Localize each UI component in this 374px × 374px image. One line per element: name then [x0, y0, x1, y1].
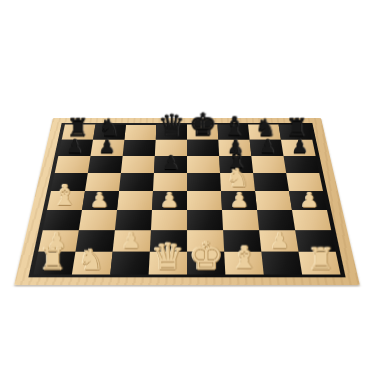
square-c5[interactable] [119, 173, 154, 191]
square-d1[interactable]: ♛ [149, 252, 187, 275]
square-h3[interactable] [292, 210, 331, 230]
white-pawn[interactable]: ♟ [300, 190, 318, 210]
square-h6[interactable] [283, 156, 319, 173]
black-pawn[interactable]: ♟ [259, 138, 276, 156]
white-bishop[interactable]: ♝ [52, 182, 78, 209]
square-e8[interactable]: ♚ [187, 125, 218, 140]
wooden-board-base: ♜♞♛♚♝♞♜♟♟♟♟♟♟♝♞♝♟♟♟♟♟♟♟♜♞♛♚♝♜ [14, 118, 360, 285]
square-b4[interactable]: ♟ [82, 191, 119, 210]
square-f4[interactable]: ♟ [221, 191, 257, 210]
black-pawn[interactable]: ♟ [66, 138, 83, 156]
square-d8[interactable]: ♛ [156, 125, 187, 140]
black-pawn[interactable]: ♟ [162, 154, 179, 172]
square-f3[interactable] [222, 210, 259, 230]
square-e4[interactable] [187, 191, 222, 210]
render-scene: ♜♞♛♚♝♞♜♟♟♟♟♟♟♝♞♝♟♟♟♟♟♟♟♜♞♛♚♝♜ [0, 0, 374, 374]
square-d4[interactable]: ♟ [152, 191, 187, 210]
chess-board-3d: ♜♞♛♚♝♞♜♟♟♟♟♟♟♝♞♝♟♟♟♟♟♟♟♜♞♛♚♝♜ [14, 118, 360, 285]
square-c1[interactable] [110, 252, 150, 275]
square-b6[interactable] [88, 156, 123, 173]
square-c2[interactable]: ♟ [113, 230, 151, 251]
square-h4[interactable]: ♟ [289, 191, 327, 210]
square-a6[interactable] [55, 156, 91, 173]
white-queen[interactable]: ♛ [151, 239, 184, 274]
white-pawn[interactable]: ♟ [230, 190, 248, 210]
square-d3[interactable] [151, 210, 187, 230]
white-pawn[interactable]: ♟ [160, 190, 178, 210]
square-e1[interactable]: ♚ [187, 252, 225, 275]
white-rook[interactable]: ♜ [39, 245, 66, 274]
square-a4[interactable]: ♝ [47, 191, 85, 210]
square-b1[interactable]: ♞ [72, 252, 113, 275]
square-c8[interactable] [124, 125, 156, 140]
square-d6[interactable]: ♟ [154, 156, 187, 173]
black-queen[interactable]: ♛ [158, 111, 185, 140]
white-rook[interactable]: ♜ [308, 245, 335, 274]
white-bishop[interactable]: ♝ [230, 244, 258, 274]
square-g6[interactable] [251, 156, 286, 173]
black-pawn[interactable]: ♟ [98, 138, 115, 156]
square-e6[interactable] [187, 156, 220, 173]
board-grid: ♜♞♛♚♝♞♜♟♟♟♟♟♟♝♞♝♟♟♟♟♟♟♟♜♞♛♚♝♜ [33, 125, 340, 275]
square-b3[interactable] [79, 210, 117, 230]
square-c6[interactable] [121, 156, 155, 173]
square-e5[interactable] [187, 173, 221, 191]
black-pawn[interactable]: ♟ [291, 138, 308, 156]
square-g5[interactable] [253, 173, 289, 191]
square-f1[interactable]: ♝ [224, 252, 264, 275]
white-knight[interactable]: ♞ [78, 246, 104, 274]
square-g2[interactable]: ♟ [259, 230, 298, 251]
white-pawn[interactable]: ♟ [270, 230, 290, 251]
square-c4[interactable] [117, 191, 153, 210]
square-h1[interactable]: ♜ [299, 252, 341, 275]
square-a1[interactable]: ♜ [33, 252, 75, 275]
square-g4[interactable] [255, 191, 292, 210]
square-e3[interactable] [187, 210, 223, 230]
square-g1[interactable] [261, 252, 302, 275]
white-pawn[interactable]: ♟ [90, 190, 108, 210]
white-pawn[interactable]: ♟ [121, 230, 141, 251]
black-king[interactable]: ♚ [189, 110, 217, 140]
white-king[interactable]: ♚ [189, 237, 223, 273]
